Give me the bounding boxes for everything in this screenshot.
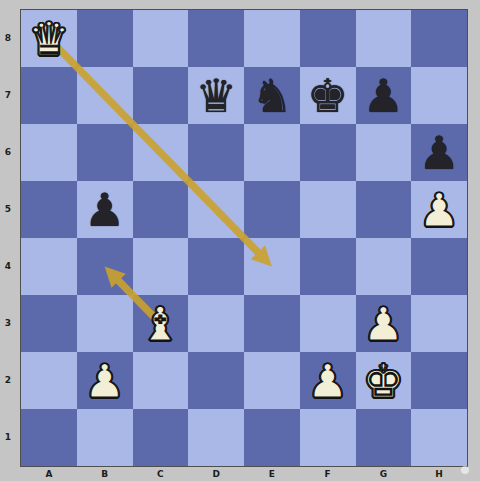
piece-black-king-f7[interactable]: ♚: [300, 67, 356, 124]
file-label-f: F: [300, 467, 356, 480]
rank-label-5: 5: [0, 180, 16, 237]
rank-label-3: 3: [0, 294, 16, 351]
file-label-e: E: [244, 467, 300, 480]
piece-white-bishop-c3[interactable]: ♝: [133, 295, 189, 352]
file-label-c: C: [133, 467, 189, 480]
rank-label-2: 2: [0, 351, 16, 408]
rank-label-6: 6: [0, 123, 16, 180]
file-label-b: B: [77, 467, 133, 480]
pieces-layer: ♛♛♞♚♟♟♟♟♝♟♟♟♚: [21, 10, 467, 466]
file-labels: ABCDEFGH: [21, 467, 467, 480]
piece-black-pawn-b5[interactable]: ♟: [77, 181, 133, 238]
rank-label-7: 7: [0, 66, 16, 123]
resize-handle-dot: [461, 466, 469, 474]
rank-labels: 87654321: [0, 9, 20, 465]
rank-label-8: 8: [0, 9, 16, 66]
piece-white-pawn-f2[interactable]: ♟: [300, 352, 356, 409]
piece-black-pawn-h6[interactable]: ♟: [411, 124, 467, 181]
piece-white-pawn-h5[interactable]: ♟: [411, 181, 467, 238]
piece-white-queen-a8[interactable]: ♛: [21, 10, 77, 67]
rank-label-4: 4: [0, 237, 16, 294]
file-label-a: A: [21, 467, 77, 480]
piece-black-pawn-g7[interactable]: ♟: [356, 67, 412, 124]
piece-black-knight-e7[interactable]: ♞: [244, 67, 300, 124]
piece-white-pawn-b2[interactable]: ♟: [77, 352, 133, 409]
file-label-h: H: [411, 467, 467, 480]
file-label-g: G: [356, 467, 412, 480]
piece-white-king-g2[interactable]: ♚: [356, 352, 412, 409]
piece-white-pawn-g3[interactable]: ♟: [356, 295, 412, 352]
rank-label-1: 1: [0, 408, 16, 465]
piece-black-queen-d7[interactable]: ♛: [188, 67, 244, 124]
chess-board[interactable]: ♛♛♞♚♟♟♟♟♝♟♟♟♚: [20, 9, 468, 467]
file-label-d: D: [188, 467, 244, 480]
